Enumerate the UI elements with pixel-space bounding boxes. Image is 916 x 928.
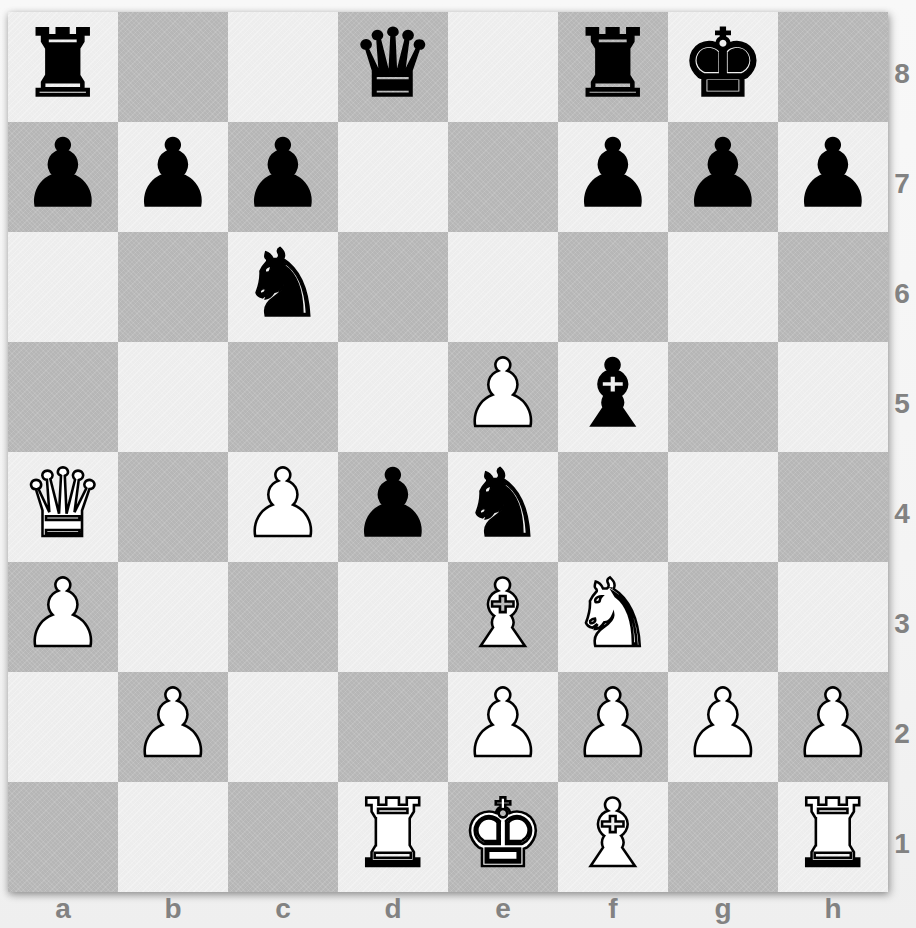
piece-black-rook-a8[interactable]: ♜ [21,9,105,119]
square-h1[interactable]: ♜ [778,782,888,892]
piece-white-knight-f3[interactable]: ♞ [571,559,655,669]
rank-label-2: 2 [888,672,916,782]
chess-board: ♜♛♜♚♟♟♟♟♟♟♞♟♝♛♟♟♞♟♝♞♟♟♟♟♟♜♚♝♜ [8,12,888,892]
square-a2[interactable] [8,672,118,782]
piece-white-queen-a4[interactable]: ♛ [21,449,105,559]
piece-black-king-g8[interactable]: ♚ [681,9,765,119]
square-e3[interactable]: ♝ [448,562,558,672]
square-g5[interactable] [668,342,778,452]
square-g4[interactable] [668,452,778,562]
square-a4[interactable]: ♛ [8,452,118,562]
piece-white-pawn-h2[interactable]: ♟ [791,669,875,779]
square-d5[interactable] [338,342,448,452]
square-h5[interactable] [778,342,888,452]
square-d1[interactable]: ♜ [338,782,448,892]
piece-black-pawn-h7[interactable]: ♟ [791,119,875,229]
piece-black-pawn-f7[interactable]: ♟ [571,119,655,229]
piece-white-pawn-f2[interactable]: ♟ [571,669,655,779]
square-f4[interactable] [558,452,668,562]
square-f5[interactable]: ♝ [558,342,668,452]
square-b4[interactable] [118,452,228,562]
file-label-b: b [118,892,228,926]
rank-labels: 87654321 [888,12,916,892]
piece-white-rook-d1[interactable]: ♜ [351,779,435,889]
square-b8[interactable] [118,12,228,122]
piece-black-pawn-d4[interactable]: ♟ [351,449,435,559]
rank-label-1: 1 [888,782,916,892]
piece-black-pawn-a7[interactable]: ♟ [21,119,105,229]
rank-label-6: 6 [888,232,916,342]
square-f7[interactable]: ♟ [558,122,668,232]
piece-black-knight-c6[interactable]: ♞ [241,229,325,339]
square-h3[interactable] [778,562,888,672]
square-a3[interactable]: ♟ [8,562,118,672]
square-c5[interactable] [228,342,338,452]
square-f6[interactable] [558,232,668,342]
square-g6[interactable] [668,232,778,342]
square-g7[interactable]: ♟ [668,122,778,232]
piece-black-knight-e4[interactable]: ♞ [461,449,545,559]
file-label-f: f [558,892,668,926]
file-label-e: e [448,892,558,926]
square-d2[interactable] [338,672,448,782]
square-f2[interactable]: ♟ [558,672,668,782]
square-h2[interactable]: ♟ [778,672,888,782]
square-c6[interactable]: ♞ [228,232,338,342]
piece-white-rook-h1[interactable]: ♜ [791,779,875,889]
piece-white-king-e1[interactable]: ♚ [461,779,545,889]
piece-white-pawn-g2[interactable]: ♟ [681,669,765,779]
file-label-g: g [668,892,778,926]
square-b1[interactable] [118,782,228,892]
piece-black-pawn-g7[interactable]: ♟ [681,119,765,229]
piece-white-pawn-e2[interactable]: ♟ [461,669,545,779]
square-d4[interactable]: ♟ [338,452,448,562]
square-h6[interactable] [778,232,888,342]
square-e4[interactable]: ♞ [448,452,558,562]
square-b6[interactable] [118,232,228,342]
square-c1[interactable] [228,782,338,892]
square-c4[interactable]: ♟ [228,452,338,562]
square-c8[interactable] [228,12,338,122]
square-d3[interactable] [338,562,448,672]
square-h4[interactable] [778,452,888,562]
piece-black-pawn-b7[interactable]: ♟ [131,119,215,229]
square-e8[interactable] [448,12,558,122]
square-d6[interactable] [338,232,448,342]
piece-black-bishop-f5[interactable]: ♝ [571,339,655,449]
piece-black-rook-f8[interactable]: ♜ [571,9,655,119]
square-d8[interactable]: ♛ [338,12,448,122]
square-c2[interactable] [228,672,338,782]
square-e7[interactable] [448,122,558,232]
square-a7[interactable]: ♟ [8,122,118,232]
square-h8[interactable] [778,12,888,122]
square-e6[interactable] [448,232,558,342]
square-b7[interactable]: ♟ [118,122,228,232]
file-labels: abcdefgh [8,892,888,926]
square-g3[interactable] [668,562,778,672]
file-label-h: h [778,892,888,926]
rank-label-8: 8 [888,12,916,122]
square-a5[interactable] [8,342,118,452]
piece-white-pawn-a3[interactable]: ♟ [21,559,105,669]
file-label-a: a [8,892,118,926]
rank-label-5: 5 [888,342,916,452]
square-a1[interactable] [8,782,118,892]
rank-label-3: 3 [888,562,916,672]
square-f3[interactable]: ♞ [558,562,668,672]
square-b2[interactable]: ♟ [118,672,228,782]
square-g2[interactable]: ♟ [668,672,778,782]
square-f8[interactable]: ♜ [558,12,668,122]
square-g1[interactable] [668,782,778,892]
square-d7[interactable] [338,122,448,232]
piece-white-pawn-c4[interactable]: ♟ [241,449,325,559]
square-e5[interactable]: ♟ [448,342,558,452]
file-label-c: c [228,892,338,926]
rank-label-7: 7 [888,122,916,232]
square-f1[interactable]: ♝ [558,782,668,892]
rank-label-4: 4 [888,452,916,562]
file-label-d: d [338,892,448,926]
square-a6[interactable] [8,232,118,342]
square-a8[interactable]: ♜ [8,12,118,122]
square-e2[interactable]: ♟ [448,672,558,782]
piece-white-pawn-b2[interactable]: ♟ [131,669,215,779]
square-b5[interactable] [118,342,228,452]
square-c3[interactable] [228,562,338,672]
piece-white-pawn-e5[interactable]: ♟ [461,339,545,449]
square-b3[interactable] [118,562,228,672]
piece-black-pawn-c7[interactable]: ♟ [241,119,325,229]
square-c7[interactable]: ♟ [228,122,338,232]
square-e1[interactable]: ♚ [448,782,558,892]
square-h7[interactable]: ♟ [778,122,888,232]
piece-white-bishop-f1[interactable]: ♝ [571,779,655,889]
piece-black-queen-d8[interactable]: ♛ [351,9,435,119]
square-g8[interactable]: ♚ [668,12,778,122]
piece-white-bishop-e3[interactable]: ♝ [461,559,545,669]
